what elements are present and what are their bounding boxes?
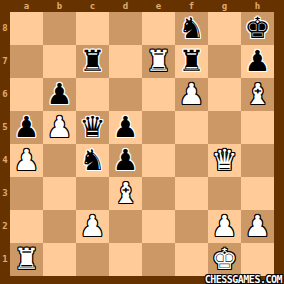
square-h5[interactable]: [241, 111, 274, 144]
square-e2[interactable]: [142, 210, 175, 243]
black-pawn-d4: ♟: [109, 144, 142, 177]
white-pawn-f6: ♟: [175, 78, 208, 111]
black-knight-f8: ♞: [175, 12, 208, 45]
square-e1[interactable]: [142, 243, 175, 276]
file-label-g: g: [208, 0, 241, 12]
rank-label-7: 7: [0, 45, 10, 78]
square-c6[interactable]: [76, 78, 109, 111]
black-pawn-a5: ♟: [10, 111, 43, 144]
square-b8[interactable]: [43, 12, 76, 45]
square-a3[interactable]: [10, 177, 43, 210]
square-g5[interactable]: [208, 111, 241, 144]
square-b6[interactable]: ♟: [43, 78, 76, 111]
white-rook-e7: ♜: [142, 45, 175, 78]
square-c1[interactable]: [76, 243, 109, 276]
black-knight-c4: ♞: [76, 144, 109, 177]
square-a7[interactable]: [10, 45, 43, 78]
square-g8[interactable]: [208, 12, 241, 45]
square-c3[interactable]: [76, 177, 109, 210]
white-pawn-h2: ♟: [241, 210, 274, 243]
square-f1[interactable]: [175, 243, 208, 276]
square-b7[interactable]: [43, 45, 76, 78]
square-g6[interactable]: [208, 78, 241, 111]
square-f8[interactable]: ♞: [175, 12, 208, 45]
square-c8[interactable]: [76, 12, 109, 45]
white-pawn-c2: ♟: [76, 210, 109, 243]
rank-label-5: 5: [0, 111, 10, 144]
square-c5[interactable]: ♛: [76, 111, 109, 144]
file-labels: abcdefgh: [10, 0, 274, 12]
square-c4[interactable]: ♞: [76, 144, 109, 177]
square-e7[interactable]: ♜: [142, 45, 175, 78]
file-label-a: a: [10, 0, 43, 12]
square-g2[interactable]: ♟: [208, 210, 241, 243]
square-h1[interactable]: [241, 243, 274, 276]
square-f7[interactable]: ♜: [175, 45, 208, 78]
file-label-e: e: [142, 0, 175, 12]
square-g3[interactable]: [208, 177, 241, 210]
rank-label-2: 2: [0, 210, 10, 243]
square-e5[interactable]: [142, 111, 175, 144]
square-f6[interactable]: ♟: [175, 78, 208, 111]
square-a1[interactable]: ♜: [10, 243, 43, 276]
square-g4[interactable]: ♛: [208, 144, 241, 177]
square-h8[interactable]: ♚: [241, 12, 274, 45]
square-h3[interactable]: [241, 177, 274, 210]
file-label-b: b: [43, 0, 76, 12]
square-g7[interactable]: [208, 45, 241, 78]
white-pawn-b5: ♟: [43, 111, 76, 144]
rank-label-6: 6: [0, 78, 10, 111]
chess-diagram: abcdefgh 87654321 ♞♚♜♜♜♟♟♟♝♟♟♛♟♟♞♟♛♝♟♟♟♜…: [0, 0, 284, 284]
square-d6[interactable]: [109, 78, 142, 111]
square-b5[interactable]: ♟: [43, 111, 76, 144]
file-label-c: c: [76, 0, 109, 12]
square-b2[interactable]: [43, 210, 76, 243]
square-a8[interactable]: [10, 12, 43, 45]
black-rook-c7: ♜: [76, 45, 109, 78]
square-e8[interactable]: [142, 12, 175, 45]
square-d5[interactable]: ♟: [109, 111, 142, 144]
square-b4[interactable]: [43, 144, 76, 177]
square-a2[interactable]: [10, 210, 43, 243]
square-d7[interactable]: [109, 45, 142, 78]
chess-board: ♞♚♜♜♜♟♟♟♝♟♟♛♟♟♞♟♛♝♟♟♟♜♚: [10, 12, 274, 276]
black-pawn-d5: ♟: [109, 111, 142, 144]
rank-label-3: 3: [0, 177, 10, 210]
rank-label-8: 8: [0, 12, 10, 45]
square-h2[interactable]: ♟: [241, 210, 274, 243]
square-b1[interactable]: [43, 243, 76, 276]
black-king-h8: ♚: [241, 12, 274, 45]
square-h4[interactable]: [241, 144, 274, 177]
square-d8[interactable]: [109, 12, 142, 45]
square-a6[interactable]: [10, 78, 43, 111]
square-c7[interactable]: ♜: [76, 45, 109, 78]
square-a5[interactable]: ♟: [10, 111, 43, 144]
square-d3[interactable]: ♝: [109, 177, 142, 210]
chessgames-watermark: CHESSGAMES.COM: [205, 275, 282, 284]
white-pawn-g2: ♟: [208, 210, 241, 243]
square-d1[interactable]: [109, 243, 142, 276]
black-queen-c5: ♛: [76, 111, 109, 144]
file-label-d: d: [109, 0, 142, 12]
square-f3[interactable]: [175, 177, 208, 210]
black-rook-f7: ♜: [175, 45, 208, 78]
square-a4[interactable]: ♟: [10, 144, 43, 177]
black-pawn-h7: ♟: [241, 45, 274, 78]
white-pawn-a4: ♟: [10, 144, 43, 177]
rank-label-1: 1: [0, 243, 10, 276]
white-bishop-d3: ♝: [109, 177, 142, 210]
square-e4[interactable]: [142, 144, 175, 177]
square-f2[interactable]: [175, 210, 208, 243]
square-h6[interactable]: ♝: [241, 78, 274, 111]
square-d4[interactable]: ♟: [109, 144, 142, 177]
square-e6[interactable]: [142, 78, 175, 111]
rank-labels: 87654321: [0, 12, 10, 276]
rank-label-4: 4: [0, 144, 10, 177]
square-h7[interactable]: ♟: [241, 45, 274, 78]
square-f5[interactable]: [175, 111, 208, 144]
square-f4[interactable]: [175, 144, 208, 177]
square-g1[interactable]: ♚: [208, 243, 241, 276]
white-queen-g4: ♛: [208, 144, 241, 177]
black-pawn-b6: ♟: [43, 78, 76, 111]
square-b3[interactable]: [43, 177, 76, 210]
white-bishop-h6: ♝: [241, 78, 274, 111]
white-king-g1: ♚: [208, 243, 241, 276]
square-c2[interactable]: ♟: [76, 210, 109, 243]
square-e3[interactable]: [142, 177, 175, 210]
white-rook-a1: ♜: [10, 243, 43, 276]
square-d2[interactable]: [109, 210, 142, 243]
